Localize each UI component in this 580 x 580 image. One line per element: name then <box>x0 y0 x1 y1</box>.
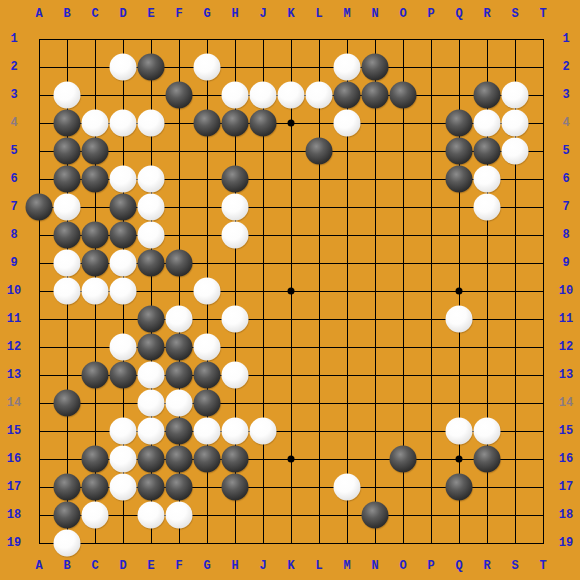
coord-label-column-top: C <box>91 8 98 20</box>
stone-black <box>250 110 277 137</box>
stone-white <box>502 110 529 137</box>
stone-white <box>222 194 249 221</box>
coord-label-column-top: L <box>315 8 322 20</box>
grid-line-vertical <box>319 39 320 544</box>
coord-label-column-top: T <box>539 8 546 20</box>
stone-white <box>110 418 137 445</box>
star-point <box>288 120 295 127</box>
stone-black <box>194 446 221 473</box>
coord-label-column-top: R <box>483 8 490 20</box>
stone-white <box>138 110 165 137</box>
stone-white <box>222 222 249 249</box>
stone-white <box>166 306 193 333</box>
coord-label-row-right: 14 <box>559 397 573 409</box>
stone-black <box>138 306 165 333</box>
stone-white <box>138 418 165 445</box>
grid-line-vertical <box>543 39 544 544</box>
stone-black <box>82 446 109 473</box>
coord-label-row-left: 18 <box>7 509 21 521</box>
stone-black <box>474 446 501 473</box>
coord-label-row-right: 1 <box>562 33 569 45</box>
coord-label-column-top: D <box>119 8 126 20</box>
stone-black <box>194 390 221 417</box>
coord-label-column-bottom: S <box>511 560 518 572</box>
stone-black <box>222 446 249 473</box>
stone-white <box>194 334 221 361</box>
coord-label-row-left: 6 <box>10 173 17 185</box>
coord-label-row-left: 15 <box>7 425 21 437</box>
coord-label-column-top: E <box>147 8 154 20</box>
stone-white <box>222 418 249 445</box>
stone-black <box>334 82 361 109</box>
coord-label-column-bottom: M <box>343 560 350 572</box>
stone-black <box>110 194 137 221</box>
stone-black <box>54 390 81 417</box>
grid-line-horizontal <box>39 543 544 544</box>
stone-white <box>222 306 249 333</box>
stone-white <box>502 138 529 165</box>
stone-white <box>250 418 277 445</box>
stone-black <box>82 474 109 501</box>
stone-white <box>250 82 277 109</box>
stone-black <box>194 362 221 389</box>
coord-label-column-top: Q <box>455 8 462 20</box>
stone-white <box>110 334 137 361</box>
stone-black <box>362 82 389 109</box>
stone-white <box>446 418 473 445</box>
stone-white <box>334 474 361 501</box>
stone-black <box>362 54 389 81</box>
stone-white <box>222 362 249 389</box>
stone-white <box>110 446 137 473</box>
coord-label-column-bottom: H <box>231 560 238 572</box>
star-point <box>288 456 295 463</box>
stone-white <box>82 502 109 529</box>
stone-black <box>166 250 193 277</box>
coord-label-row-left: 17 <box>7 481 21 493</box>
coord-label-column-top: F <box>175 8 182 20</box>
stone-white <box>502 82 529 109</box>
stone-black <box>446 138 473 165</box>
stone-black <box>54 502 81 529</box>
coord-label-column-bottom: C <box>91 560 98 572</box>
coord-label-column-top: M <box>343 8 350 20</box>
stone-white <box>306 82 333 109</box>
stone-white <box>82 278 109 305</box>
coord-label-row-right: 12 <box>559 341 573 353</box>
stone-white <box>446 306 473 333</box>
stone-black <box>82 362 109 389</box>
stone-white <box>474 418 501 445</box>
coord-label-column-top: N <box>371 8 378 20</box>
stone-black <box>166 446 193 473</box>
coord-label-row-left: 1 <box>10 33 17 45</box>
coord-label-row-left: 10 <box>7 285 21 297</box>
stone-white <box>138 390 165 417</box>
coord-label-row-right: 6 <box>562 173 569 185</box>
coord-label-row-right: 13 <box>559 369 573 381</box>
stone-white <box>54 194 81 221</box>
coord-label-column-bottom: F <box>175 560 182 572</box>
stone-white <box>474 110 501 137</box>
coord-label-column-bottom: R <box>483 560 490 572</box>
stone-black <box>166 82 193 109</box>
stone-black <box>54 166 81 193</box>
coord-label-row-right: 18 <box>559 509 573 521</box>
stone-white <box>110 250 137 277</box>
stone-black <box>110 362 137 389</box>
coord-label-row-left: 19 <box>7 537 21 549</box>
coord-label-row-left: 4 <box>10 117 17 129</box>
stone-black <box>222 166 249 193</box>
stone-black <box>446 166 473 193</box>
coord-label-column-bottom: D <box>119 560 126 572</box>
coord-label-column-top: H <box>231 8 238 20</box>
stone-white <box>54 278 81 305</box>
stone-white <box>110 474 137 501</box>
grid-line-horizontal <box>39 515 544 516</box>
stone-black <box>54 222 81 249</box>
coord-label-row-right: 2 <box>562 61 569 73</box>
stone-white <box>474 194 501 221</box>
stone-black <box>54 110 81 137</box>
star-point <box>456 288 463 295</box>
coord-label-column-top: O <box>399 8 406 20</box>
stone-white <box>138 166 165 193</box>
coord-label-column-bottom: Q <box>455 560 462 572</box>
coord-label-row-right: 17 <box>559 481 573 493</box>
coord-label-row-right: 9 <box>562 257 569 269</box>
stone-black <box>474 82 501 109</box>
stone-black <box>54 138 81 165</box>
stone-black <box>222 474 249 501</box>
stone-black <box>54 474 81 501</box>
coord-label-row-right: 7 <box>562 201 569 213</box>
coord-label-row-right: 5 <box>562 145 569 157</box>
stone-white <box>334 54 361 81</box>
stone-black <box>138 250 165 277</box>
stone-black <box>138 446 165 473</box>
coord-label-column-bottom: K <box>287 560 294 572</box>
coord-label-row-left: 8 <box>10 229 17 241</box>
coord-label-row-left: 16 <box>7 453 21 465</box>
stone-black <box>166 334 193 361</box>
stone-white <box>110 110 137 137</box>
stone-black <box>138 474 165 501</box>
coord-label-row-right: 8 <box>562 229 569 241</box>
stone-white <box>54 82 81 109</box>
coord-label-row-left: 3 <box>10 89 17 101</box>
coord-label-row-left: 9 <box>10 257 17 269</box>
stone-black <box>306 138 333 165</box>
stone-white <box>474 166 501 193</box>
stone-black <box>26 194 53 221</box>
coord-label-column-top: J <box>259 8 266 20</box>
coord-label-column-top: A <box>35 8 42 20</box>
stone-white <box>194 54 221 81</box>
stone-black <box>390 82 417 109</box>
coord-label-column-top: P <box>427 8 434 20</box>
coord-label-column-top: B <box>63 8 70 20</box>
star-point <box>288 288 295 295</box>
grid-line-vertical <box>431 39 432 544</box>
coord-label-column-top: G <box>203 8 210 20</box>
coord-label-row-left: 5 <box>10 145 17 157</box>
stone-white <box>166 390 193 417</box>
go-board[interactable]: AABBCCDDEEFFGGHHJJKKLLMMNNOOPPQQRRSSTT11… <box>0 0 580 580</box>
stone-white <box>110 54 137 81</box>
stone-black <box>110 222 137 249</box>
coord-label-column-bottom: L <box>315 560 322 572</box>
stone-black <box>138 334 165 361</box>
stone-black <box>82 222 109 249</box>
coord-label-row-left: 14 <box>7 397 21 409</box>
coord-label-row-left: 2 <box>10 61 17 73</box>
stone-black <box>390 446 417 473</box>
coord-label-row-right: 19 <box>559 537 573 549</box>
stone-black <box>362 502 389 529</box>
stone-black <box>166 362 193 389</box>
stone-black <box>194 110 221 137</box>
coord-label-row-left: 13 <box>7 369 21 381</box>
stone-white <box>110 166 137 193</box>
stone-white <box>138 502 165 529</box>
stone-white <box>138 222 165 249</box>
stone-black <box>166 418 193 445</box>
stone-white <box>194 278 221 305</box>
stone-black <box>82 250 109 277</box>
grid-line-horizontal <box>39 403 544 404</box>
star-point <box>456 456 463 463</box>
coord-label-column-top: K <box>287 8 294 20</box>
coord-label-column-bottom: J <box>259 560 266 572</box>
coord-label-row-left: 7 <box>10 201 17 213</box>
stone-white <box>54 530 81 557</box>
stone-black <box>222 110 249 137</box>
coord-label-column-bottom: P <box>427 560 434 572</box>
stone-white <box>138 362 165 389</box>
stone-white <box>194 418 221 445</box>
grid-line-vertical <box>375 39 376 544</box>
stone-black <box>474 138 501 165</box>
stone-black <box>446 474 473 501</box>
coord-label-column-bottom: N <box>371 560 378 572</box>
coord-label-row-right: 11 <box>559 313 573 325</box>
coord-label-column-bottom: A <box>35 560 42 572</box>
coord-label-row-right: 4 <box>562 117 569 129</box>
coord-label-column-top: S <box>511 8 518 20</box>
stone-black <box>82 138 109 165</box>
stone-white <box>110 278 137 305</box>
coord-label-column-bottom: E <box>147 560 154 572</box>
stone-black <box>446 110 473 137</box>
stone-white <box>334 110 361 137</box>
coord-label-row-left: 12 <box>7 341 21 353</box>
coord-label-column-bottom: B <box>63 560 70 572</box>
stone-white <box>278 82 305 109</box>
coord-label-column-bottom: O <box>399 560 406 572</box>
coord-label-row-right: 3 <box>562 89 569 101</box>
stone-white <box>222 82 249 109</box>
stone-white <box>138 194 165 221</box>
coord-label-row-right: 15 <box>559 425 573 437</box>
stone-black <box>138 54 165 81</box>
stone-white <box>166 502 193 529</box>
coord-label-column-bottom: T <box>539 560 546 572</box>
coord-label-row-right: 16 <box>559 453 573 465</box>
stone-black <box>82 166 109 193</box>
stone-white <box>82 110 109 137</box>
coord-label-row-left: 11 <box>7 313 21 325</box>
coord-label-column-bottom: G <box>203 560 210 572</box>
coord-label-row-right: 10 <box>559 285 573 297</box>
stone-white <box>54 250 81 277</box>
stone-black <box>166 474 193 501</box>
